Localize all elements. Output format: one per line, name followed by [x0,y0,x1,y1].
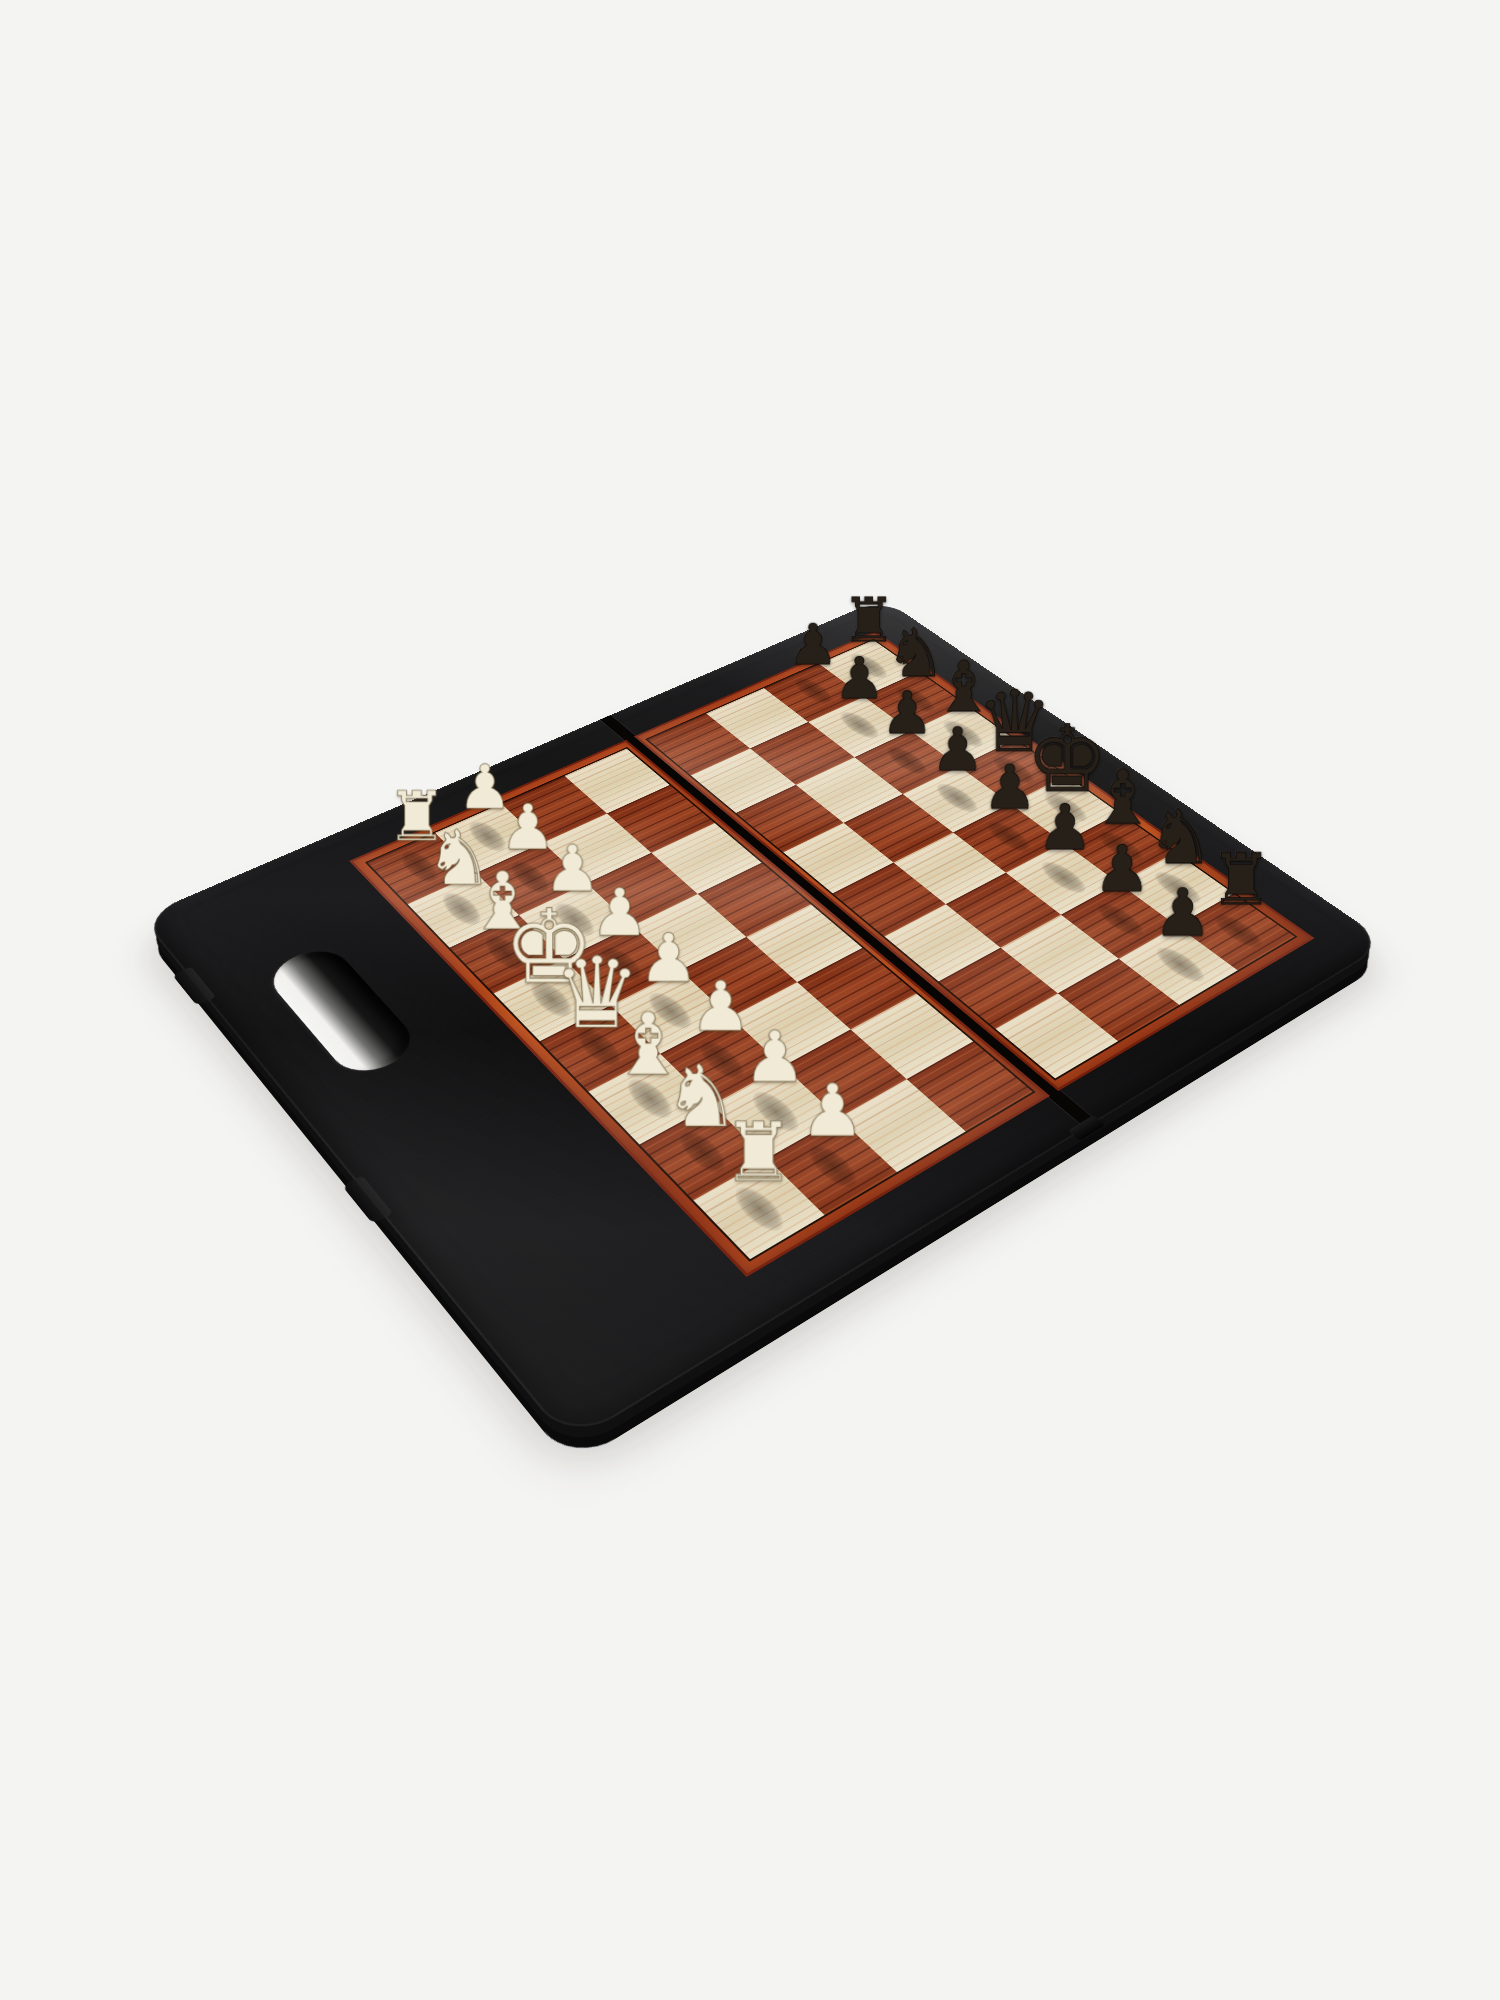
piece-black-pawn-h7: ♟ [1126,855,1239,968]
product-photo: ♜♞♝♛♚♝♞♜♟♟♟♟♟♟♟♟♟♟♟♟♟♟♟♟♜♞♝♚♛♝♞♜ [0,0,1500,2000]
scene: ♜♞♝♛♚♝♞♜♟♟♟♟♟♟♟♟♟♟♟♟♟♟♟♟♜♞♝♚♛♝♞♜ [0,0,1500,2000]
case: ♜♞♝♛♚♝♞♜♟♟♟♟♟♟♟♟♟♟♟♟♟♟♟♟♜♞♝♚♛♝♞♜ [140,598,1388,1444]
piece-white-rook-h1: ♜ [694,1088,822,1216]
chess-set: ♜♞♝♛♚♝♞♜♟♟♟♟♟♟♟♟♟♟♟♟♟♟♟♟♜♞♝♚♛♝♞♜ [140,598,1388,1444]
